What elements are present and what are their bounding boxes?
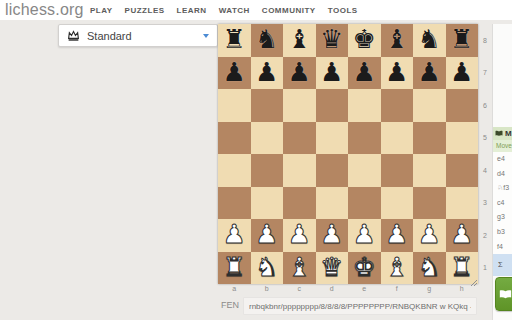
piece-white-rook[interactable]: ♜: [218, 252, 251, 285]
chess-board: ♜♞♝♛♚♝♞♜♟♟♟♟♟♟♟♟♟♟♟♟♟♟♟♟♜♞♝♛♚♝♞♜: [218, 24, 478, 284]
explorer-move-column-header: Move: [493, 140, 512, 152]
piece-white-bishop[interactable]: ♝: [283, 252, 316, 285]
square-c5[interactable]: [283, 122, 316, 155]
nav-item-watch[interactable]: WATCH: [219, 6, 250, 15]
nav-item-puzzles[interactable]: PUZZLES: [125, 6, 165, 15]
square-f5[interactable]: [381, 122, 414, 155]
square-g8[interactable]: ♞: [413, 24, 446, 57]
square-h3[interactable]: [446, 187, 479, 220]
file-label-a: a: [218, 284, 251, 294]
opening-explorer-panel: M Move e4d4♘f3c4g3b3f4 Σ: [492, 24, 512, 320]
explorer-move-row-2[interactable]: ♘f3: [493, 181, 512, 196]
square-h4[interactable]: [446, 154, 479, 187]
square-b5[interactable]: [251, 122, 284, 155]
square-b8[interactable]: ♞: [251, 24, 284, 57]
lichess-page: lichess.org PLAY PUZZLES LEARN WATCH COM…: [0, 0, 512, 320]
square-f3[interactable]: [381, 187, 414, 220]
explorer-total-row: Σ: [493, 254, 512, 276]
file-label-g: g: [413, 284, 446, 294]
square-e6[interactable]: [348, 89, 381, 122]
piece-white-pawn[interactable]: ♟: [381, 219, 414, 252]
square-b3[interactable]: [251, 187, 284, 220]
square-c1[interactable]: ♝: [283, 252, 316, 285]
square-d7[interactable]: ♟: [316, 57, 349, 90]
piece-black-pawn[interactable]: ♟: [348, 57, 381, 90]
square-h2[interactable]: ♟: [446, 219, 479, 252]
square-a4[interactable]: [218, 154, 251, 187]
rank-label-7: 7: [479, 57, 491, 90]
piece-black-rook[interactable]: ♜: [218, 24, 251, 57]
fen-input[interactable]: [243, 297, 477, 315]
piece-black-pawn[interactable]: ♟: [218, 57, 251, 90]
explorer-move-row-1[interactable]: d4: [493, 167, 512, 182]
rank-label-4: 4: [479, 154, 491, 187]
piece-black-pawn[interactable]: ♟: [381, 57, 414, 90]
square-g2[interactable]: ♟: [413, 219, 446, 252]
piece-black-pawn[interactable]: ♟: [413, 57, 446, 90]
explorer-toggle-button[interactable]: [495, 277, 512, 311]
square-a6[interactable]: [218, 89, 251, 122]
square-c3[interactable]: [283, 187, 316, 220]
file-label-d: d: [316, 284, 349, 294]
piece-black-queen[interactable]: ♛: [316, 24, 349, 57]
square-g1[interactable]: ♞: [413, 252, 446, 285]
square-c8[interactable]: ♝: [283, 24, 316, 57]
file-label-c: c: [283, 284, 316, 294]
square-d8[interactable]: ♛: [316, 24, 349, 57]
square-f4[interactable]: [381, 154, 414, 187]
piece-white-pawn[interactable]: ♟: [316, 219, 349, 252]
piece-black-pawn[interactable]: ♟: [446, 57, 479, 90]
piece-white-bishop[interactable]: ♝: [381, 252, 414, 285]
square-a1[interactable]: ♜: [218, 252, 251, 285]
square-g5[interactable]: [413, 122, 446, 155]
piece-white-pawn[interactable]: ♟: [218, 219, 251, 252]
square-g7[interactable]: ♟: [413, 57, 446, 90]
square-e1[interactable]: ♚: [348, 252, 381, 285]
square-g3[interactable]: [413, 187, 446, 220]
square-a7[interactable]: ♟: [218, 57, 251, 90]
nav-item-community[interactable]: COMMUNITY: [262, 6, 316, 15]
square-f7[interactable]: ♟: [381, 57, 414, 90]
square-c4[interactable]: [283, 154, 316, 187]
lichess-logo[interactable]: lichess.org: [5, 0, 84, 20]
square-f8[interactable]: ♝: [381, 24, 414, 57]
square-g4[interactable]: [413, 154, 446, 187]
square-e8[interactable]: ♚: [348, 24, 381, 57]
explorer-move-row-5[interactable]: b3: [493, 225, 512, 240]
file-label-e: e: [348, 284, 381, 294]
variant-select[interactable]: Standard: [58, 24, 218, 47]
square-h6[interactable]: [446, 89, 479, 122]
square-f1[interactable]: ♝: [381, 252, 414, 285]
file-labels: abcdefgh: [218, 284, 478, 294]
square-b6[interactable]: [251, 89, 284, 122]
square-e2[interactable]: ♟: [348, 219, 381, 252]
explorer-move-row-0[interactable]: e4: [493, 152, 512, 167]
square-e4[interactable]: [348, 154, 381, 187]
rank-labels: 87654321: [479, 24, 491, 284]
board-resize-handle[interactable]: [468, 273, 478, 283]
square-a8[interactable]: ♜: [218, 24, 251, 57]
piece-black-pawn[interactable]: ♟: [251, 57, 284, 90]
piece-black-rook[interactable]: ♜: [446, 24, 479, 57]
crown-icon: [67, 29, 80, 42]
square-c2[interactable]: ♟: [283, 219, 316, 252]
nav-item-play[interactable]: PLAY: [90, 6, 113, 15]
square-d3[interactable]: [316, 187, 349, 220]
square-b1[interactable]: ♞: [251, 252, 284, 285]
piece-black-king[interactable]: ♚: [348, 24, 381, 57]
nav-item-learn[interactable]: LEARN: [177, 6, 207, 15]
file-label-f: f: [381, 284, 414, 294]
explorer-title: M: [505, 129, 512, 138]
square-e3[interactable]: [348, 187, 381, 220]
piece-white-pawn[interactable]: ♟: [251, 219, 284, 252]
square-h7[interactable]: ♟: [446, 57, 479, 90]
piece-black-pawn[interactable]: ♟: [283, 57, 316, 90]
chevron-down-icon: [203, 34, 209, 38]
rank-label-3: 3: [479, 187, 491, 220]
piece-black-knight[interactable]: ♞: [413, 24, 446, 57]
square-d4[interactable]: [316, 154, 349, 187]
square-g6[interactable]: [413, 89, 446, 122]
piece-white-knight[interactable]: ♞: [251, 252, 284, 285]
rank-label-1: 1: [479, 252, 491, 285]
square-d5[interactable]: [316, 122, 349, 155]
rank-label-8: 8: [479, 24, 491, 57]
square-a5[interactable]: [218, 122, 251, 155]
piece-black-bishop[interactable]: ♝: [283, 24, 316, 57]
square-d2[interactable]: ♟: [316, 219, 349, 252]
square-b7[interactable]: ♟: [251, 57, 284, 90]
square-e5[interactable]: [348, 122, 381, 155]
file-label-b: b: [251, 284, 284, 294]
square-f2[interactable]: ♟: [381, 219, 414, 252]
square-d6[interactable]: [316, 89, 349, 122]
piece-black-bishop[interactable]: ♝: [381, 24, 414, 57]
piece-white-queen[interactable]: ♛: [316, 252, 349, 285]
square-e7[interactable]: ♟: [348, 57, 381, 90]
square-a2[interactable]: ♟: [218, 219, 251, 252]
nav-menu: PLAY PUZZLES LEARN WATCH COMMUNITY TOOLS: [90, 0, 358, 20]
square-a3[interactable]: [218, 187, 251, 220]
piece-white-pawn[interactable]: ♟: [283, 219, 316, 252]
explorer-header[interactable]: M: [493, 127, 512, 140]
piece-white-knight[interactable]: ♞: [413, 252, 446, 285]
top-nav: lichess.org PLAY PUZZLES LEARN WATCH COM…: [0, 0, 512, 20]
square-h5[interactable]: [446, 122, 479, 155]
variant-select-value: Standard: [87, 30, 203, 42]
file-label-h: h: [446, 284, 479, 294]
square-c6[interactable]: [283, 89, 316, 122]
square-c7[interactable]: ♟: [283, 57, 316, 90]
piece-white-pawn[interactable]: ♟: [446, 219, 479, 252]
fen-label: FEN: [221, 294, 239, 316]
explorer-move-row-4[interactable]: g3: [493, 210, 512, 225]
book-icon: [499, 289, 512, 300]
book-icon: [495, 130, 503, 137]
square-d1[interactable]: ♛: [316, 252, 349, 285]
explorer-move-list: e4d4♘f3c4g3b3f4: [493, 152, 512, 254]
piece-white-king[interactable]: ♚: [348, 252, 381, 285]
square-b2[interactable]: ♟: [251, 219, 284, 252]
explorer-move-row-3[interactable]: c4: [493, 196, 512, 211]
square-b4[interactable]: [251, 154, 284, 187]
piece-white-pawn[interactable]: ♟: [348, 219, 381, 252]
square-h8[interactable]: ♜: [446, 24, 479, 57]
piece-white-pawn[interactable]: ♟: [413, 219, 446, 252]
piece-black-knight[interactable]: ♞: [251, 24, 284, 57]
square-f6[interactable]: [381, 89, 414, 122]
explorer-move-row-6[interactable]: f4: [493, 240, 512, 255]
nav-item-tools[interactable]: TOOLS: [328, 6, 358, 15]
rank-label-2: 2: [479, 219, 491, 252]
rank-label-5: 5: [479, 122, 491, 155]
rank-label-6: 6: [479, 89, 491, 122]
piece-black-pawn[interactable]: ♟: [316, 57, 349, 90]
